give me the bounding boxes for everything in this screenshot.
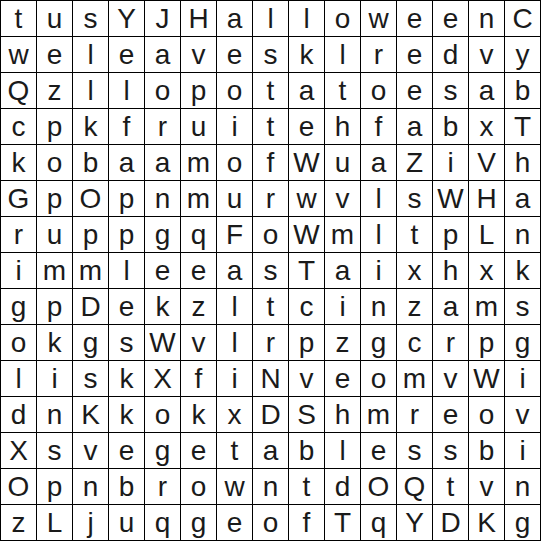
grid-cell[interactable]: s — [433, 73, 468, 108]
grid-cell[interactable]: j — [73, 505, 108, 540]
grid-cell[interactable]: V — [469, 145, 504, 180]
grid-cell[interactable]: W — [289, 145, 324, 180]
grid-cell[interactable]: i — [1, 253, 36, 288]
grid-cell[interactable]: a — [145, 37, 180, 72]
grid-cell[interactable]: v — [433, 361, 468, 396]
grid-cell[interactable]: p — [109, 181, 144, 216]
grid-cell[interactable]: u — [181, 109, 216, 144]
grid-cell[interactable]: w — [361, 1, 396, 36]
grid-cell[interactable]: g — [505, 505, 540, 540]
grid-cell[interactable]: l — [253, 1, 288, 36]
grid-cell[interactable]: k — [109, 361, 144, 396]
grid-cell[interactable]: D — [433, 505, 468, 540]
grid-cell[interactable]: e — [433, 397, 468, 432]
grid-cell[interactable]: e — [397, 73, 432, 108]
grid-cell[interactable]: h — [433, 253, 468, 288]
grid-cell[interactable]: s — [253, 37, 288, 72]
grid-cell[interactable]: t — [325, 73, 360, 108]
grid-cell[interactable]: z — [397, 289, 432, 324]
grid-cell[interactable]: Y — [109, 1, 144, 36]
grid-cell[interactable]: x — [469, 109, 504, 144]
grid-cell[interactable]: v — [181, 325, 216, 360]
grid-cell[interactable]: i — [37, 361, 72, 396]
grid-cell[interactable]: p — [37, 289, 72, 324]
grid-cell[interactable]: f — [361, 109, 396, 144]
grid-cell[interactable]: Q — [397, 469, 432, 504]
grid-cell[interactable]: t — [253, 109, 288, 144]
grid-cell[interactable]: e — [361, 433, 396, 468]
grid-cell[interactable]: q — [181, 217, 216, 252]
grid-cell[interactable]: x — [217, 397, 252, 432]
grid-cell[interactable]: Y — [397, 505, 432, 540]
grid-cell[interactable]: w — [1, 37, 36, 72]
grid-cell[interactable]: v — [469, 469, 504, 504]
grid-cell[interactable]: d — [325, 469, 360, 504]
grid-cell[interactable]: H — [469, 181, 504, 216]
grid-cell[interactable]: m — [37, 253, 72, 288]
grid-cell[interactable]: r — [397, 397, 432, 432]
grid-cell[interactable]: m — [361, 397, 396, 432]
grid-cell[interactable]: i — [361, 253, 396, 288]
grid-cell[interactable]: L — [37, 505, 72, 540]
grid-cell[interactable]: d — [433, 37, 468, 72]
grid-cell[interactable]: e — [109, 433, 144, 468]
grid-cell[interactable]: l — [289, 1, 324, 36]
grid-cell[interactable]: L — [469, 217, 504, 252]
grid-cell[interactable]: N — [253, 361, 288, 396]
grid-cell[interactable]: p — [37, 109, 72, 144]
grid-cell[interactable]: n — [253, 469, 288, 504]
grid-cell[interactable]: e — [181, 253, 216, 288]
grid-cell[interactable]: u — [109, 505, 144, 540]
grid-cell[interactable]: e — [37, 37, 72, 72]
grid-cell[interactable]: O — [73, 181, 108, 216]
grid-cell[interactable]: r — [433, 325, 468, 360]
grid-cell[interactable]: o — [325, 1, 360, 36]
grid-cell[interactable]: o — [217, 73, 252, 108]
grid-cell[interactable]: s — [109, 325, 144, 360]
grid-cell[interactable]: p — [109, 217, 144, 252]
grid-cell[interactable]: z — [1, 505, 36, 540]
grid-cell[interactable]: s — [397, 433, 432, 468]
grid-cell[interactable]: f — [253, 145, 288, 180]
grid-cell[interactable]: K — [469, 505, 504, 540]
grid-cell[interactable]: n — [505, 469, 540, 504]
grid-cell[interactable]: k — [289, 37, 324, 72]
grid-cell[interactable]: p — [37, 469, 72, 504]
grid-cell[interactable]: n — [73, 469, 108, 504]
grid-cell[interactable]: n — [505, 217, 540, 252]
grid-cell[interactable]: g — [145, 217, 180, 252]
grid-cell[interactable]: e — [289, 109, 324, 144]
grid-cell[interactable]: o — [1, 325, 36, 360]
grid-cell[interactable]: o — [361, 361, 396, 396]
grid-cell[interactable]: C — [505, 1, 540, 36]
grid-cell[interactable]: t — [217, 433, 252, 468]
grid-cell[interactable]: a — [217, 253, 252, 288]
grid-cell[interactable]: a — [397, 109, 432, 144]
grid-cell[interactable]: v — [181, 37, 216, 72]
grid-cell[interactable]: k — [73, 109, 108, 144]
grid-cell[interactable]: W — [145, 325, 180, 360]
grid-cell[interactable]: o — [361, 73, 396, 108]
grid-cell[interactable]: g — [145, 433, 180, 468]
grid-cell[interactable]: i — [433, 145, 468, 180]
grid-cell[interactable]: k — [145, 289, 180, 324]
grid-cell[interactable]: e — [217, 505, 252, 540]
grid-cell[interactable]: h — [505, 145, 540, 180]
grid-cell[interactable]: m — [469, 289, 504, 324]
grid-cell[interactable]: e — [397, 1, 432, 36]
grid-cell[interactable]: r — [145, 109, 180, 144]
grid-cell[interactable]: t — [289, 469, 324, 504]
grid-cell[interactable]: l — [217, 289, 252, 324]
grid-cell[interactable]: K — [73, 397, 108, 432]
grid-cell[interactable]: m — [73, 253, 108, 288]
grid-cell[interactable]: x — [469, 253, 504, 288]
grid-cell[interactable]: n — [145, 181, 180, 216]
grid-cell[interactable]: a — [469, 73, 504, 108]
grid-cell[interactable]: h — [325, 109, 360, 144]
grid-cell[interactable]: v — [289, 361, 324, 396]
grid-cell[interactable]: a — [145, 145, 180, 180]
grid-cell[interactable]: q — [145, 505, 180, 540]
grid-cell[interactable]: c — [397, 325, 432, 360]
grid-cell[interactable]: S — [289, 397, 324, 432]
grid-cell[interactable]: d — [1, 397, 36, 432]
grid-cell[interactable]: z — [181, 289, 216, 324]
grid-cell[interactable]: m — [397, 361, 432, 396]
grid-cell[interactable]: t — [433, 469, 468, 504]
grid-cell[interactable]: u — [325, 145, 360, 180]
grid-cell[interactable]: s — [505, 289, 540, 324]
grid-cell[interactable]: l — [109, 73, 144, 108]
grid-cell[interactable]: l — [109, 253, 144, 288]
grid-cell[interactable]: f — [181, 361, 216, 396]
grid-cell[interactable]: k — [109, 397, 144, 432]
grid-cell[interactable]: m — [181, 145, 216, 180]
grid-cell[interactable]: t — [253, 289, 288, 324]
grid-cell[interactable]: g — [1, 289, 36, 324]
grid-cell[interactable]: w — [289, 181, 324, 216]
grid-cell[interactable]: g — [361, 325, 396, 360]
grid-cell[interactable]: e — [397, 37, 432, 72]
grid-cell[interactable]: o — [181, 469, 216, 504]
grid-cell[interactable]: a — [253, 433, 288, 468]
grid-cell[interactable]: f — [289, 505, 324, 540]
grid-cell[interactable]: g — [505, 325, 540, 360]
grid-cell[interactable]: p — [37, 181, 72, 216]
grid-cell[interactable]: v — [505, 397, 540, 432]
grid-cell[interactable]: m — [181, 181, 216, 216]
grid-cell[interactable]: z — [325, 325, 360, 360]
grid-cell[interactable]: G — [1, 181, 36, 216]
grid-cell[interactable]: H — [181, 1, 216, 36]
grid-cell[interactable]: W — [289, 217, 324, 252]
grid-cell[interactable]: o — [253, 217, 288, 252]
grid-cell[interactable]: u — [37, 1, 72, 36]
grid-cell[interactable]: i — [217, 361, 252, 396]
grid-cell[interactable]: O — [1, 469, 36, 504]
grid-cell[interactable]: e — [433, 1, 468, 36]
grid-cell[interactable]: a — [325, 253, 360, 288]
grid-cell[interactable]: e — [145, 253, 180, 288]
grid-cell[interactable]: X — [145, 361, 180, 396]
grid-cell[interactable]: b — [505, 73, 540, 108]
grid-cell[interactable]: k — [181, 397, 216, 432]
grid-cell[interactable]: v — [325, 181, 360, 216]
grid-cell[interactable]: s — [73, 1, 108, 36]
grid-cell[interactable]: s — [73, 361, 108, 396]
grid-cell[interactable]: o — [217, 145, 252, 180]
grid-cell[interactable]: n — [361, 289, 396, 324]
grid-cell[interactable]: D — [73, 289, 108, 324]
grid-cell[interactable]: o — [253, 505, 288, 540]
grid-cell[interactable]: l — [217, 325, 252, 360]
grid-cell[interactable]: s — [433, 433, 468, 468]
grid-cell[interactable]: p — [73, 217, 108, 252]
grid-cell[interactable]: b — [109, 469, 144, 504]
grid-cell[interactable]: a — [433, 289, 468, 324]
grid-cell[interactable]: t — [253, 73, 288, 108]
grid-cell[interactable]: c — [289, 289, 324, 324]
grid-cell[interactable]: l — [361, 181, 396, 216]
grid-cell[interactable]: k — [37, 325, 72, 360]
grid-cell[interactable]: u — [217, 181, 252, 216]
grid-cell[interactable]: l — [1, 361, 36, 396]
grid-cell[interactable]: o — [37, 145, 72, 180]
grid-cell[interactable]: s — [397, 181, 432, 216]
grid-cell[interactable]: f — [109, 109, 144, 144]
grid-cell[interactable]: e — [181, 433, 216, 468]
grid-cell[interactable]: a — [505, 181, 540, 216]
grid-cell[interactable]: b — [469, 433, 504, 468]
grid-cell[interactable]: e — [217, 37, 252, 72]
grid-cell[interactable]: v — [73, 433, 108, 468]
grid-cell[interactable]: g — [181, 505, 216, 540]
grid-cell[interactable]: v — [469, 37, 504, 72]
grid-cell[interactable]: a — [217, 1, 252, 36]
grid-cell[interactable]: W — [433, 181, 468, 216]
grid-cell[interactable]: s — [37, 433, 72, 468]
grid-cell[interactable]: o — [469, 397, 504, 432]
grid-cell[interactable]: J — [145, 1, 180, 36]
grid-cell[interactable]: F — [217, 217, 252, 252]
grid-cell[interactable]: r — [253, 325, 288, 360]
grid-cell[interactable]: D — [253, 397, 288, 432]
grid-cell[interactable]: r — [361, 37, 396, 72]
grid-cell[interactable]: i — [217, 109, 252, 144]
grid-cell[interactable]: r — [1, 217, 36, 252]
grid-cell[interactable]: q — [361, 505, 396, 540]
grid-cell[interactable]: W — [469, 361, 504, 396]
grid-cell[interactable]: X — [1, 433, 36, 468]
grid-cell[interactable]: Z — [397, 145, 432, 180]
grid-cell[interactable]: T — [505, 109, 540, 144]
grid-cell[interactable]: m — [325, 217, 360, 252]
grid-cell[interactable]: n — [37, 397, 72, 432]
grid-cell[interactable]: e — [109, 37, 144, 72]
grid-cell[interactable]: T — [289, 253, 324, 288]
grid-cell[interactable]: Q — [1, 73, 36, 108]
grid-cell[interactable]: l — [73, 37, 108, 72]
grid-cell[interactable]: h — [325, 397, 360, 432]
grid-cell[interactable]: b — [433, 109, 468, 144]
grid-cell[interactable]: e — [109, 289, 144, 324]
grid-cell[interactable]: g — [73, 325, 108, 360]
grid-cell[interactable]: p — [469, 325, 504, 360]
grid-cell[interactable]: i — [505, 361, 540, 396]
grid-cell[interactable]: a — [109, 145, 144, 180]
grid-cell[interactable]: b — [289, 433, 324, 468]
grid-cell[interactable]: n — [469, 1, 504, 36]
grid-cell[interactable]: r — [145, 469, 180, 504]
grid-cell[interactable]: a — [361, 145, 396, 180]
grid-cell[interactable]: w — [217, 469, 252, 504]
grid-cell[interactable]: a — [289, 73, 324, 108]
grid-cell[interactable]: o — [145, 73, 180, 108]
grid-cell[interactable]: O — [361, 469, 396, 504]
grid-cell[interactable]: i — [505, 433, 540, 468]
grid-cell[interactable]: p — [289, 325, 324, 360]
grid-cell[interactable]: x — [397, 253, 432, 288]
grid-cell[interactable]: z — [37, 73, 72, 108]
grid-cell[interactable]: b — [73, 145, 108, 180]
grid-cell[interactable]: T — [325, 505, 360, 540]
word-search-grid: tusYJHalloweenCweleavesklredvyQzllopotat… — [0, 0, 541, 541]
grid-cell[interactable]: y — [505, 37, 540, 72]
grid-cell[interactable]: k — [1, 145, 36, 180]
grid-cell[interactable]: l — [325, 433, 360, 468]
grid-cell[interactable]: u — [37, 217, 72, 252]
grid-cell[interactable]: p — [181, 73, 216, 108]
grid-cell[interactable]: s — [253, 253, 288, 288]
grid-cell[interactable]: t — [1, 1, 36, 36]
grid-cell[interactable]: e — [325, 361, 360, 396]
grid-cell[interactable]: l — [73, 73, 108, 108]
grid-cell[interactable]: k — [505, 253, 540, 288]
grid-cell[interactable]: o — [145, 397, 180, 432]
grid-cell[interactable]: t — [397, 217, 432, 252]
grid-cell[interactable]: l — [361, 217, 396, 252]
grid-cell[interactable]: c — [1, 109, 36, 144]
grid-cell[interactable]: p — [433, 217, 468, 252]
grid-cell[interactable]: r — [253, 181, 288, 216]
grid-cell[interactable]: l — [325, 37, 360, 72]
grid-cell[interactable]: i — [325, 289, 360, 324]
